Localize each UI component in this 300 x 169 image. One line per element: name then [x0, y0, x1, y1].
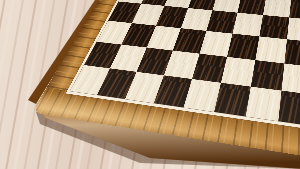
board-square[interactable]: [278, 91, 300, 126]
board-square[interactable]: [251, 60, 285, 90]
board-square[interactable]: [214, 83, 251, 117]
photo-scene: [0, 0, 300, 169]
board-square[interactable]: [255, 36, 287, 63]
board-square[interactable]: [246, 87, 282, 122]
board-square[interactable]: [259, 15, 289, 39]
board-square[interactable]: [233, 13, 264, 37]
board-square[interactable]: [227, 34, 259, 61]
board-square[interactable]: [221, 57, 255, 87]
